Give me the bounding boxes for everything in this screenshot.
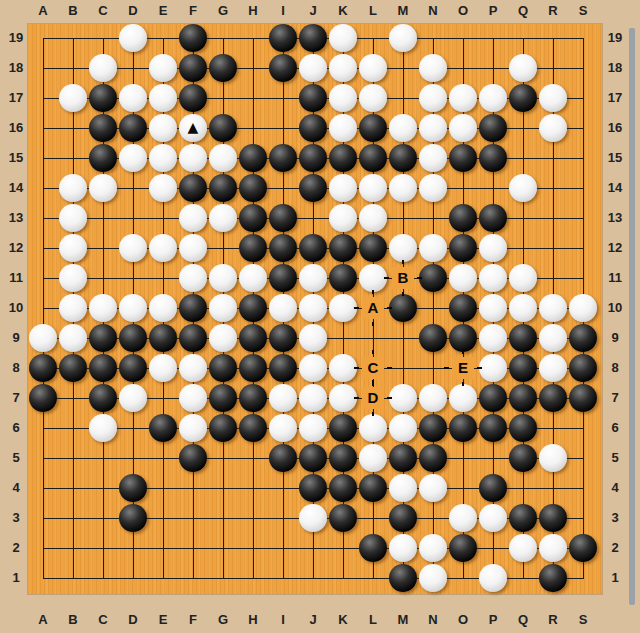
- white-stone-N17[interactable]: [419, 84, 447, 112]
- black-stone-J15[interactable]: [299, 144, 327, 172]
- coordinate-label-row-left-9: 9: [4, 330, 28, 346]
- black-stone-L15[interactable]: [359, 144, 387, 172]
- black-stone-P15[interactable]: [479, 144, 507, 172]
- black-stone-C8[interactable]: [89, 354, 117, 382]
- white-stone-L17[interactable]: [359, 84, 387, 112]
- white-stone-G11[interactable]: [209, 264, 237, 292]
- white-stone-J8[interactable]: [299, 354, 327, 382]
- white-stone-B17[interactable]: [59, 84, 87, 112]
- coordinate-label-col-top-G: G: [211, 3, 235, 19]
- coordinate-label-row-right-5: 5: [603, 450, 627, 466]
- coordinate-label-col-top-H: H: [241, 3, 265, 19]
- white-stone-R8[interactable]: [539, 354, 567, 382]
- coordinate-label-col-top-P: P: [481, 3, 505, 19]
- black-stone-A8[interactable]: [29, 354, 57, 382]
- black-stone-J19[interactable]: [299, 24, 327, 52]
- coordinate-label-row-right-14: 14: [603, 180, 627, 196]
- white-stone-K17[interactable]: [329, 84, 357, 112]
- triangle-mark-F16: ▲: [179, 113, 207, 141]
- white-stone-Q11[interactable]: [509, 264, 537, 292]
- white-stone-N7[interactable]: [419, 384, 447, 412]
- black-stone-O2[interactable]: [449, 534, 477, 562]
- white-stone-J18[interactable]: [299, 54, 327, 82]
- white-stone-K7[interactable]: [329, 384, 357, 412]
- black-stone-Q8[interactable]: [509, 354, 537, 382]
- black-stone-J5[interactable]: [299, 444, 327, 472]
- coordinate-label-col-bottom-A: A: [31, 612, 55, 628]
- black-stone-C7[interactable]: [89, 384, 117, 412]
- black-stone-J12[interactable]: [299, 234, 327, 262]
- white-stone-O7[interactable]: [449, 384, 477, 412]
- coordinate-label-row-right-9: 9: [603, 330, 627, 346]
- coordinate-label-col-bottom-P: P: [481, 612, 505, 628]
- black-stone-I13[interactable]: [269, 204, 297, 232]
- black-stone-D3[interactable]: [119, 504, 147, 532]
- coordinate-label-col-top-C: C: [91, 3, 115, 19]
- black-stone-Q3[interactable]: [509, 504, 537, 532]
- black-stone-H12[interactable]: [239, 234, 267, 262]
- black-stone-C9[interactable]: [89, 324, 117, 352]
- white-stone-C6[interactable]: [89, 414, 117, 442]
- black-stone-M15[interactable]: [389, 144, 417, 172]
- black-stone-F14[interactable]: [179, 174, 207, 202]
- label-dash: [372, 412, 374, 416]
- coordinate-label-row-left-14: 14: [4, 180, 28, 196]
- coordinate-label-row-left-2: 2: [4, 540, 28, 556]
- white-stone-P12[interactable]: [479, 234, 507, 262]
- coordinate-label-row-left-8: 8: [4, 360, 28, 376]
- black-stone-P7[interactable]: [479, 384, 507, 412]
- coordinate-label-col-bottom-J: J: [301, 612, 325, 628]
- white-stone-B12[interactable]: [59, 234, 87, 262]
- black-stone-H8[interactable]: [239, 354, 267, 382]
- white-stone-L6[interactable]: [359, 414, 387, 442]
- white-stone-K19[interactable]: [329, 24, 357, 52]
- black-stone-H7[interactable]: [239, 384, 267, 412]
- coordinate-label-row-right-19: 19: [603, 30, 627, 46]
- coordinate-label-row-right-7: 7: [603, 390, 627, 406]
- black-stone-I9[interactable]: [269, 324, 297, 352]
- white-stone-S10[interactable]: [569, 294, 597, 322]
- label-dash: [417, 277, 422, 279]
- black-stone-I18[interactable]: [269, 54, 297, 82]
- black-stone-K5[interactable]: [329, 444, 357, 472]
- coordinate-label-col-top-F: F: [181, 3, 205, 19]
- black-stone-K12[interactable]: [329, 234, 357, 262]
- white-stone-N12[interactable]: [419, 234, 447, 262]
- black-stone-O10[interactable]: [449, 294, 477, 322]
- coordinate-label-row-left-13: 13: [4, 210, 28, 226]
- white-stone-E15[interactable]: [149, 144, 177, 172]
- coordinate-label-col-top-B: B: [61, 3, 85, 19]
- black-stone-S7[interactable]: [569, 384, 597, 412]
- label-dash: [354, 397, 359, 399]
- white-stone-E14[interactable]: [149, 174, 177, 202]
- white-stone-Q14[interactable]: [509, 174, 537, 202]
- coordinate-label-row-right-18: 18: [603, 60, 627, 76]
- white-stone-B14[interactable]: [59, 174, 87, 202]
- coordinate-label-col-top-L: L: [361, 3, 385, 19]
- white-stone-P8[interactable]: [479, 354, 507, 382]
- coordinate-label-row-right-16: 16: [603, 120, 627, 136]
- coordinate-label-col-bottom-K: K: [331, 612, 355, 628]
- black-stone-Q6[interactable]: [509, 414, 537, 442]
- label-dash: [372, 350, 374, 354]
- black-stone-F9[interactable]: [179, 324, 207, 352]
- white-stone-O17[interactable]: [449, 84, 477, 112]
- black-stone-O13[interactable]: [449, 204, 477, 232]
- white-stone-M4[interactable]: [389, 474, 417, 502]
- white-stone-O3[interactable]: [449, 504, 477, 532]
- white-stone-O11[interactable]: [449, 264, 477, 292]
- white-stone-D12[interactable]: [119, 234, 147, 262]
- black-stone-F5[interactable]: [179, 444, 207, 472]
- label-dash: [372, 322, 374, 326]
- white-stone-M2[interactable]: [389, 534, 417, 562]
- black-stone-H9[interactable]: [239, 324, 267, 352]
- white-stone-K13[interactable]: [329, 204, 357, 232]
- black-stone-K6[interactable]: [329, 414, 357, 442]
- white-stone-N16[interactable]: [419, 114, 447, 142]
- white-stone-B9[interactable]: [59, 324, 87, 352]
- coordinate-label-row-right-13: 13: [603, 210, 627, 226]
- black-stone-K4[interactable]: [329, 474, 357, 502]
- black-stone-N5[interactable]: [419, 444, 447, 472]
- label-dash: [462, 382, 464, 386]
- black-stone-I8[interactable]: [269, 354, 297, 382]
- white-stone-R2[interactable]: [539, 534, 567, 562]
- black-stone-F10[interactable]: [179, 294, 207, 322]
- coordinate-label-col-bottom-E: E: [151, 612, 175, 628]
- black-stone-O15[interactable]: [449, 144, 477, 172]
- black-stone-C16[interactable]: [89, 114, 117, 142]
- black-stone-R1[interactable]: [539, 564, 567, 592]
- coordinate-label-col-top-R: R: [541, 3, 565, 19]
- black-stone-E6[interactable]: [149, 414, 177, 442]
- white-stone-G10[interactable]: [209, 294, 237, 322]
- black-stone-G6[interactable]: [209, 414, 237, 442]
- coordinate-label-col-bottom-O: O: [451, 612, 475, 628]
- coordinate-label-col-bottom-S: S: [571, 612, 595, 628]
- white-stone-F11[interactable]: [179, 264, 207, 292]
- coordinate-label-row-right-15: 15: [603, 150, 627, 166]
- white-stone-K14[interactable]: [329, 174, 357, 202]
- point-label-A: A: [362, 297, 384, 319]
- coordinate-label-col-bottom-H: H: [241, 612, 265, 628]
- black-stone-P16[interactable]: [479, 114, 507, 142]
- black-stone-H10[interactable]: [239, 294, 267, 322]
- black-stone-G7[interactable]: [209, 384, 237, 412]
- white-stone-N18[interactable]: [419, 54, 447, 82]
- black-stone-H14[interactable]: [239, 174, 267, 202]
- label-dash: [402, 292, 404, 296]
- coordinate-label-col-bottom-M: M: [391, 612, 415, 628]
- white-stone-E10[interactable]: [149, 294, 177, 322]
- white-stone-L14[interactable]: [359, 174, 387, 202]
- white-stone-P3[interactable]: [479, 504, 507, 532]
- coordinate-label-col-bottom-C: C: [91, 612, 115, 628]
- white-stone-K16[interactable]: [329, 114, 357, 142]
- coordinate-label-row-left-17: 17: [4, 90, 28, 106]
- black-stone-C15[interactable]: [89, 144, 117, 172]
- black-stone-I12[interactable]: [269, 234, 297, 262]
- white-stone-F7[interactable]: [179, 384, 207, 412]
- white-stone-L11[interactable]: [359, 264, 387, 292]
- white-stone-I7[interactable]: [269, 384, 297, 412]
- white-stone-E12[interactable]: [149, 234, 177, 262]
- label-dash: [387, 367, 392, 369]
- white-stone-G15[interactable]: [209, 144, 237, 172]
- white-stone-N1[interactable]: [419, 564, 447, 592]
- white-stone-D10[interactable]: [119, 294, 147, 322]
- label-dash: [402, 260, 404, 264]
- white-stone-R17[interactable]: [539, 84, 567, 112]
- white-stone-F12[interactable]: [179, 234, 207, 262]
- black-stone-M10[interactable]: [389, 294, 417, 322]
- label-dash: [372, 380, 374, 384]
- white-stone-B13[interactable]: [59, 204, 87, 232]
- black-stone-G14[interactable]: [209, 174, 237, 202]
- coordinate-label-row-left-12: 12: [4, 240, 28, 256]
- point-label-E: E: [452, 357, 474, 379]
- black-stone-R7[interactable]: [539, 384, 567, 412]
- coordinate-label-row-left-1: 1: [4, 570, 28, 586]
- black-stone-L4[interactable]: [359, 474, 387, 502]
- label-dash: [462, 350, 464, 354]
- coordinate-label-row-right-2: 2: [603, 540, 627, 556]
- white-stone-D7[interactable]: [119, 384, 147, 412]
- white-stone-K18[interactable]: [329, 54, 357, 82]
- black-stone-K3[interactable]: [329, 504, 357, 532]
- white-stone-R5[interactable]: [539, 444, 567, 472]
- black-stone-C17[interactable]: [89, 84, 117, 112]
- white-stone-F6[interactable]: [179, 414, 207, 442]
- black-stone-K11[interactable]: [329, 264, 357, 292]
- black-stone-H6[interactable]: [239, 414, 267, 442]
- coordinate-label-row-right-10: 10: [603, 300, 627, 316]
- black-stone-L12[interactable]: [359, 234, 387, 262]
- white-stone-M7[interactable]: [389, 384, 417, 412]
- black-stone-I19[interactable]: [269, 24, 297, 52]
- white-stone-M16[interactable]: [389, 114, 417, 142]
- label-dash: [384, 277, 389, 279]
- black-stone-I11[interactable]: [269, 264, 297, 292]
- white-stone-J3[interactable]: [299, 504, 327, 532]
- coordinate-label-col-bottom-B: B: [61, 612, 85, 628]
- label-dash: [372, 290, 374, 294]
- coordinate-label-row-left-7: 7: [4, 390, 28, 406]
- white-stone-P1[interactable]: [479, 564, 507, 592]
- white-stone-J7[interactable]: [299, 384, 327, 412]
- black-stone-D9[interactable]: [119, 324, 147, 352]
- coordinate-label-row-left-11: 11: [4, 270, 28, 286]
- black-stone-Q5[interactable]: [509, 444, 537, 472]
- white-stone-N4[interactable]: [419, 474, 447, 502]
- white-stone-E8[interactable]: [149, 354, 177, 382]
- black-stone-F18[interactable]: [179, 54, 207, 82]
- black-stone-D4[interactable]: [119, 474, 147, 502]
- black-stone-L2[interactable]: [359, 534, 387, 562]
- coordinate-label-row-right-3: 3: [603, 510, 627, 526]
- black-stone-P6[interactable]: [479, 414, 507, 442]
- black-stone-I15[interactable]: [269, 144, 297, 172]
- white-stone-F13[interactable]: [179, 204, 207, 232]
- black-stone-J14[interactable]: [299, 174, 327, 202]
- white-stone-N2[interactable]: [419, 534, 447, 562]
- white-stone-P10[interactable]: [479, 294, 507, 322]
- white-stone-N14[interactable]: [419, 174, 447, 202]
- coordinate-label-row-right-11: 11: [603, 270, 627, 286]
- white-stone-L18[interactable]: [359, 54, 387, 82]
- white-stone-M19[interactable]: [389, 24, 417, 52]
- black-stone-S9[interactable]: [569, 324, 597, 352]
- label-dash: [444, 367, 449, 369]
- label-dash: [387, 307, 392, 309]
- white-stone-A9[interactable]: [29, 324, 57, 352]
- black-stone-O12[interactable]: [449, 234, 477, 262]
- black-stone-M3[interactable]: [389, 504, 417, 532]
- white-stone-G13[interactable]: [209, 204, 237, 232]
- white-stone-Q18[interactable]: [509, 54, 537, 82]
- coordinate-label-col-top-E: E: [151, 3, 175, 19]
- coordinate-label-row-left-3: 3: [4, 510, 28, 526]
- white-stone-J6[interactable]: [299, 414, 327, 442]
- white-stone-F15[interactable]: [179, 144, 207, 172]
- coordinate-label-row-right-1: 1: [603, 570, 627, 586]
- coordinate-label-col-bottom-L: L: [361, 612, 385, 628]
- white-stone-N15[interactable]: [419, 144, 447, 172]
- white-stone-H11[interactable]: [239, 264, 267, 292]
- coordinate-label-col-top-A: A: [31, 3, 55, 19]
- white-stone-K10[interactable]: [329, 294, 357, 322]
- white-stone-C18[interactable]: [89, 54, 117, 82]
- white-stone-M6[interactable]: [389, 414, 417, 442]
- white-stone-D19[interactable]: [119, 24, 147, 52]
- black-stone-Q9[interactable]: [509, 324, 537, 352]
- black-stone-N6[interactable]: [419, 414, 447, 442]
- black-stone-Q7[interactable]: [509, 384, 537, 412]
- white-stone-R16[interactable]: [539, 114, 567, 142]
- black-stone-N11[interactable]: [419, 264, 447, 292]
- coordinate-label-col-top-Q: Q: [511, 3, 535, 19]
- black-stone-G16[interactable]: [209, 114, 237, 142]
- black-stone-M1[interactable]: [389, 564, 417, 592]
- white-stone-G9[interactable]: [209, 324, 237, 352]
- black-stone-I5[interactable]: [269, 444, 297, 472]
- white-stone-B11[interactable]: [59, 264, 87, 292]
- label-dash: [387, 397, 392, 399]
- black-stone-S2[interactable]: [569, 534, 597, 562]
- label-dash: [477, 367, 482, 369]
- white-stone-P17[interactable]: [479, 84, 507, 112]
- black-stone-G18[interactable]: [209, 54, 237, 82]
- white-stone-E17[interactable]: [149, 84, 177, 112]
- coordinate-label-col-top-O: O: [451, 3, 475, 19]
- black-stone-J17[interactable]: [299, 84, 327, 112]
- coordinate-label-col-bottom-N: N: [421, 612, 445, 628]
- label-dash: [354, 367, 359, 369]
- black-stone-D16[interactable]: [119, 114, 147, 142]
- black-stone-K15[interactable]: [329, 144, 357, 172]
- white-stone-C14[interactable]: [89, 174, 117, 202]
- black-stone-P4[interactable]: [479, 474, 507, 502]
- white-stone-E16[interactable]: [149, 114, 177, 142]
- black-stone-J16[interactable]: [299, 114, 327, 142]
- black-stone-H13[interactable]: [239, 204, 267, 232]
- black-stone-J4[interactable]: [299, 474, 327, 502]
- white-stone-Q2[interactable]: [509, 534, 537, 562]
- white-stone-O16[interactable]: [449, 114, 477, 142]
- white-stone-F8[interactable]: [179, 354, 207, 382]
- white-stone-J9[interactable]: [299, 324, 327, 352]
- black-stone-D8[interactable]: [119, 354, 147, 382]
- coordinate-label-col-top-S: S: [571, 3, 595, 19]
- white-stone-D17[interactable]: [119, 84, 147, 112]
- coordinate-label-row-left-10: 10: [4, 300, 28, 316]
- black-stone-S8[interactable]: [569, 354, 597, 382]
- black-stone-F17[interactable]: [179, 84, 207, 112]
- black-stone-O6[interactable]: [449, 414, 477, 442]
- white-stone-E18[interactable]: [149, 54, 177, 82]
- black-stone-N9[interactable]: [419, 324, 447, 352]
- black-stone-Q17[interactable]: [509, 84, 537, 112]
- white-stone-D15[interactable]: [119, 144, 147, 172]
- white-stone-M14[interactable]: [389, 174, 417, 202]
- coordinate-label-col-bottom-I: I: [271, 612, 295, 628]
- label-dash: [354, 307, 359, 309]
- white-stone-I6[interactable]: [269, 414, 297, 442]
- point-label-D: D: [362, 387, 384, 409]
- white-stone-Q10[interactable]: [509, 294, 537, 322]
- black-stone-G8[interactable]: [209, 354, 237, 382]
- scrollbar[interactable]: [629, 28, 635, 605]
- white-stone-I10[interactable]: [269, 294, 297, 322]
- white-stone-J10[interactable]: [299, 294, 327, 322]
- coordinate-label-row-right-4: 4: [603, 480, 627, 496]
- black-stone-A7[interactable]: [29, 384, 57, 412]
- coordinate-label-col-bottom-R: R: [541, 612, 565, 628]
- white-stone-C10[interactable]: [89, 294, 117, 322]
- coordinate-label-col-top-M: M: [391, 3, 415, 19]
- white-stone-J11[interactable]: [299, 264, 327, 292]
- white-stone-K8[interactable]: [329, 354, 357, 382]
- coordinate-label-col-top-D: D: [121, 3, 145, 19]
- black-stone-B8[interactable]: [59, 354, 87, 382]
- coordinate-label-row-right-17: 17: [603, 90, 627, 106]
- coordinate-label-row-left-18: 18: [4, 60, 28, 76]
- black-stone-O9[interactable]: [449, 324, 477, 352]
- coordinate-label-col-top-J: J: [301, 3, 325, 19]
- white-stone-B10[interactable]: [59, 294, 87, 322]
- black-stone-R3[interactable]: [539, 504, 567, 532]
- black-stone-F19[interactable]: [179, 24, 207, 52]
- black-stone-M5[interactable]: [389, 444, 417, 472]
- coordinate-label-col-top-I: I: [271, 3, 295, 19]
- black-stone-P13[interactable]: [479, 204, 507, 232]
- white-stone-P9[interactable]: [479, 324, 507, 352]
- white-stone-R9[interactable]: [539, 324, 567, 352]
- white-stone-P11[interactable]: [479, 264, 507, 292]
- coordinate-label-row-left-5: 5: [4, 450, 28, 466]
- black-stone-H15[interactable]: [239, 144, 267, 172]
- white-stone-L13[interactable]: [359, 204, 387, 232]
- black-stone-L16[interactable]: [359, 114, 387, 142]
- white-stone-L5[interactable]: [359, 444, 387, 472]
- black-stone-E9[interactable]: [149, 324, 177, 352]
- coordinate-label-row-right-12: 12: [603, 240, 627, 256]
- white-stone-R10[interactable]: [539, 294, 567, 322]
- white-stone-M12[interactable]: [389, 234, 417, 262]
